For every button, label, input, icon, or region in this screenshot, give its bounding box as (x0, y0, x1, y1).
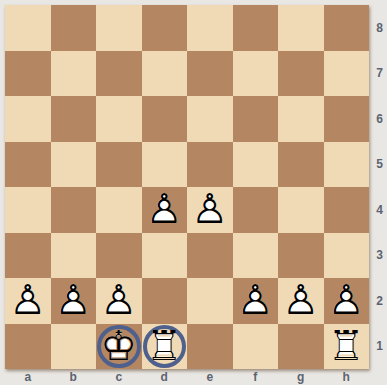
piece-white-pawn[interactable]: ♟♙ (233, 278, 279, 324)
piece-white-rook[interactable]: ♜♖ (324, 324, 370, 370)
square-b5[interactable] (51, 142, 97, 188)
square-a3[interactable] (5, 233, 51, 279)
square-h4[interactable] (324, 187, 370, 233)
square-d3[interactable] (142, 233, 188, 279)
square-g7[interactable] (278, 51, 324, 97)
square-a7[interactable] (5, 51, 51, 97)
file-label-e: e (187, 369, 233, 385)
square-g5[interactable] (278, 142, 324, 188)
square-g2[interactable]: ♟♙ (278, 278, 324, 324)
rank-label-7: 7 (372, 51, 387, 97)
square-d7[interactable] (142, 51, 188, 97)
square-e7[interactable] (187, 51, 233, 97)
square-f4[interactable] (233, 187, 279, 233)
square-e3[interactable] (187, 233, 233, 279)
square-b4[interactable] (51, 187, 97, 233)
square-c2[interactable]: ♟♙ (96, 278, 142, 324)
file-label-d: d (142, 369, 188, 385)
file-label-g: g (278, 369, 324, 385)
white-pawn-outline-glyph: ♙ (96, 278, 142, 324)
rank-label-4: 4 (372, 187, 387, 233)
square-c6[interactable] (96, 96, 142, 142)
square-h3[interactable] (324, 233, 370, 279)
square-e8[interactable] (187, 5, 233, 51)
rank-label-8: 8 (372, 5, 387, 51)
piece-white-pawn[interactable]: ♟♙ (142, 187, 188, 233)
piece-white-pawn[interactable]: ♟♙ (51, 278, 97, 324)
white-pawn-outline-glyph: ♙ (142, 187, 188, 233)
square-c7[interactable] (96, 51, 142, 97)
chess-diagram: ♟♙♟♙♟♙♟♙♟♙♟♙♟♙♟♙♚♔♜♖♜♖ 87654321 abcdefgh (0, 0, 387, 385)
square-e6[interactable] (187, 96, 233, 142)
rank-label-5: 5 (372, 142, 387, 188)
piece-white-rook[interactable]: ♜♖ (142, 324, 188, 370)
file-label-h: h (324, 369, 370, 385)
white-pawn-outline-glyph: ♙ (324, 278, 370, 324)
square-b2[interactable]: ♟♙ (51, 278, 97, 324)
square-c4[interactable] (96, 187, 142, 233)
square-f2[interactable]: ♟♙ (233, 278, 279, 324)
square-d8[interactable] (142, 5, 188, 51)
rank-label-6: 6 (372, 96, 387, 142)
piece-white-king[interactable]: ♚♔ (96, 324, 142, 370)
white-pawn-outline-glyph: ♙ (233, 278, 279, 324)
square-f7[interactable] (233, 51, 279, 97)
square-h5[interactable] (324, 142, 370, 188)
square-h7[interactable] (324, 51, 370, 97)
white-king-outline-glyph: ♔ (96, 324, 142, 370)
square-c3[interactable] (96, 233, 142, 279)
file-label-c: c (96, 369, 142, 385)
square-g6[interactable] (278, 96, 324, 142)
square-f3[interactable] (233, 233, 279, 279)
file-label-a: a (5, 369, 51, 385)
square-b3[interactable] (51, 233, 97, 279)
square-b6[interactable] (51, 96, 97, 142)
square-f5[interactable] (233, 142, 279, 188)
file-label-f: f (233, 369, 279, 385)
piece-white-pawn[interactable]: ♟♙ (96, 278, 142, 324)
square-g8[interactable] (278, 5, 324, 51)
square-g1[interactable] (278, 324, 324, 370)
square-c1[interactable]: ♚♔ (96, 324, 142, 370)
square-f8[interactable] (233, 5, 279, 51)
white-pawn-outline-glyph: ♙ (278, 278, 324, 324)
square-d1[interactable]: ♜♖ (142, 324, 188, 370)
white-pawn-outline-glyph: ♙ (5, 278, 51, 324)
piece-white-pawn[interactable]: ♟♙ (278, 278, 324, 324)
square-f6[interactable] (233, 96, 279, 142)
white-pawn-outline-glyph: ♙ (51, 278, 97, 324)
rank-label-3: 3 (372, 233, 387, 279)
square-a5[interactable] (5, 142, 51, 188)
square-h6[interactable] (324, 96, 370, 142)
file-labels: abcdefgh (5, 369, 369, 385)
square-d2[interactable] (142, 278, 188, 324)
square-c5[interactable] (96, 142, 142, 188)
square-h1[interactable]: ♜♖ (324, 324, 370, 370)
piece-white-pawn[interactable]: ♟♙ (187, 187, 233, 233)
piece-white-pawn[interactable]: ♟♙ (5, 278, 51, 324)
white-pawn-outline-glyph: ♙ (187, 187, 233, 233)
square-f1[interactable] (233, 324, 279, 370)
square-b8[interactable] (51, 5, 97, 51)
square-d4[interactable]: ♟♙ (142, 187, 188, 233)
square-b7[interactable] (51, 51, 97, 97)
square-d6[interactable] (142, 96, 188, 142)
white-rook-outline-glyph: ♖ (324, 324, 370, 370)
square-e2[interactable] (187, 278, 233, 324)
square-h8[interactable] (324, 5, 370, 51)
file-label-b: b (51, 369, 97, 385)
square-d5[interactable] (142, 142, 188, 188)
square-a8[interactable] (5, 5, 51, 51)
square-a4[interactable] (5, 187, 51, 233)
piece-white-pawn[interactable]: ♟♙ (324, 278, 370, 324)
white-rook-outline-glyph: ♖ (142, 324, 188, 370)
square-e4[interactable]: ♟♙ (187, 187, 233, 233)
rank-label-1: 1 (372, 324, 387, 370)
rank-label-2: 2 (372, 278, 387, 324)
square-e5[interactable] (187, 142, 233, 188)
square-b1[interactable] (51, 324, 97, 370)
square-c8[interactable] (96, 5, 142, 51)
square-a6[interactable] (5, 96, 51, 142)
square-e1[interactable] (187, 324, 233, 370)
square-h2[interactable]: ♟♙ (324, 278, 370, 324)
square-g4[interactable] (278, 187, 324, 233)
square-a1[interactable] (5, 324, 51, 370)
square-a2[interactable]: ♟♙ (5, 278, 51, 324)
chess-board[interactable]: ♟♙♟♙♟♙♟♙♟♙♟♙♟♙♟♙♚♔♜♖♜♖ (5, 5, 369, 369)
rank-labels: 87654321 (372, 5, 387, 369)
square-g3[interactable] (278, 233, 324, 279)
